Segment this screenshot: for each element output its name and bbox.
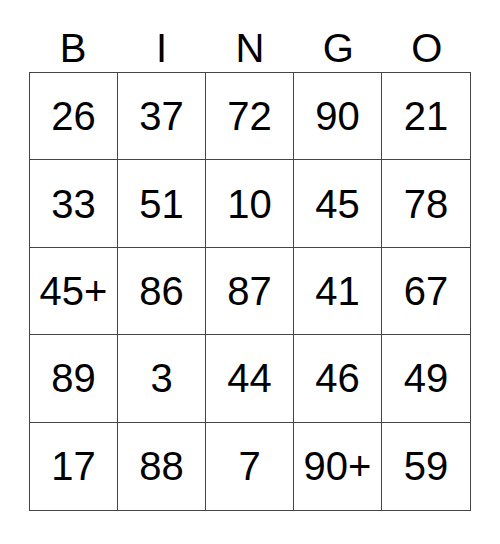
bingo-cell-r4c3[interactable]: 44 [206, 335, 294, 422]
bingo-cell-r5c4[interactable]: 90+ [294, 423, 382, 510]
header-letter-g: G [294, 0, 382, 72]
bingo-cell-r5c1[interactable]: 17 [30, 423, 118, 510]
bingo-cell-r2c3[interactable]: 10 [206, 160, 294, 247]
bingo-cell-r3c1[interactable]: 45+ [30, 248, 118, 335]
header-letter-n: N [206, 0, 294, 72]
bingo-cell-r1c2[interactable]: 37 [118, 73, 206, 160]
bingo-cell-r2c2[interactable]: 51 [118, 160, 206, 247]
bingo-header: B I N G O [29, 0, 471, 72]
bingo-cell-r4c5[interactable]: 49 [382, 335, 470, 422]
bingo-cell-r1c5[interactable]: 21 [382, 73, 470, 160]
bingo-cell-r4c4[interactable]: 46 [294, 335, 382, 422]
bingo-card: B I N G O 26 37 72 90 21 33 51 10 45 78 … [29, 0, 471, 511]
bingo-cell-r3c5[interactable]: 67 [382, 248, 470, 335]
bingo-cell-r5c2[interactable]: 88 [118, 423, 206, 510]
header-letter-b: B [29, 0, 117, 72]
bingo-cell-r5c3[interactable]: 7 [206, 423, 294, 510]
bingo-cell-r1c1[interactable]: 26 [30, 73, 118, 160]
header-letter-o: O [383, 0, 471, 72]
bingo-cell-r5c5[interactable]: 59 [382, 423, 470, 510]
bingo-cell-r2c5[interactable]: 78 [382, 160, 470, 247]
bingo-cell-r4c2[interactable]: 3 [118, 335, 206, 422]
bingo-cell-r1c4[interactable]: 90 [294, 73, 382, 160]
bingo-grid: 26 37 72 90 21 33 51 10 45 78 45+ 86 87 … [29, 72, 471, 511]
bingo-cell-r3c3[interactable]: 87 [206, 248, 294, 335]
bingo-cell-r3c4[interactable]: 41 [294, 248, 382, 335]
bingo-cell-r4c1[interactable]: 89 [30, 335, 118, 422]
header-letter-i: I [117, 0, 205, 72]
bingo-cell-r3c2[interactable]: 86 [118, 248, 206, 335]
bingo-cell-r2c1[interactable]: 33 [30, 160, 118, 247]
bingo-cell-r2c4[interactable]: 45 [294, 160, 382, 247]
bingo-cell-r1c3[interactable]: 72 [206, 73, 294, 160]
